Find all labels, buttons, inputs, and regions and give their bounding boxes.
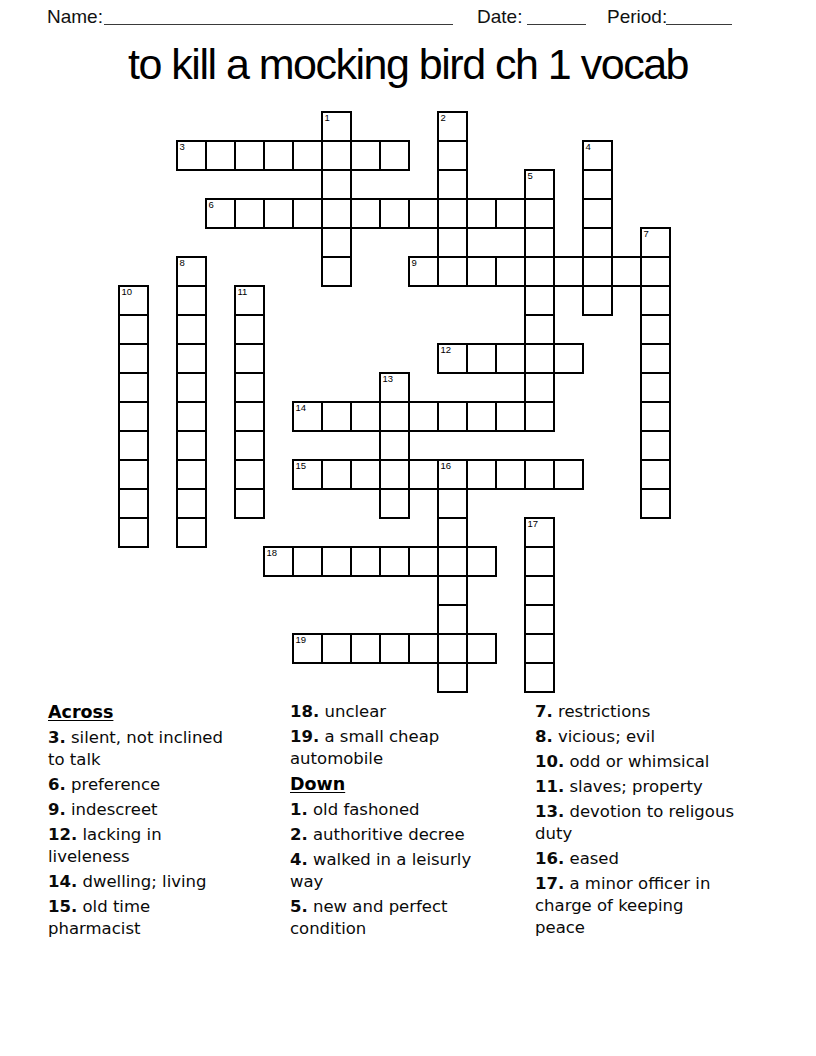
clue-number-label-1: 1 [325,113,330,123]
puzzle-title: to kill a mocking bird ch 1 vocab [0,40,816,89]
clue-9: 9. indescreet [48,799,228,821]
grid-cell-r12c14[interactable] [524,459,555,490]
clue-17: 17. a minor officer in charge of keeping… [535,873,735,939]
grid-cell-r12c8[interactable] [350,459,381,490]
grid-cell-r12c18[interactable] [640,459,671,490]
clue-7-number: 7. [535,702,553,721]
grid-cell-r6c2[interactable] [176,285,207,316]
grid-cell-r3c9[interactable] [379,198,410,229]
grid-cell-r15c9[interactable] [379,546,410,577]
clue-number-label-11: 11 [238,287,248,297]
grid-cell-r1c8[interactable] [350,140,381,171]
clue-number-label-2: 2 [441,113,446,123]
clues-section: Across3. silent, not inclined to talk6. … [48,701,788,1031]
grid-cell-r10c12[interactable] [466,401,497,432]
grid-cell-r15c7[interactable] [321,546,352,577]
grid-cell-r10c9[interactable] [379,401,410,432]
grid-cell-r12c2[interactable] [176,459,207,490]
grid-cell-r3c11[interactable] [437,198,468,229]
grid-cell-r15c14[interactable] [524,546,555,577]
grid-cell-r14c0[interactable] [118,517,149,548]
grid-cell-r5c18[interactable] [640,256,671,287]
grid-cell-r15c8[interactable] [350,546,381,577]
grid-cell-r3c8[interactable] [350,198,381,229]
clue-18: 18. unclear [290,701,478,723]
clue-number-label-16: 16 [441,461,452,471]
clue-number-label-12: 12 [441,345,452,355]
crossword-grid: 12345678910111213141516171819 [118,111,671,693]
grid-cell-r4c14[interactable] [524,227,555,258]
grid-cell-r3c14[interactable] [524,198,555,229]
clue-number-label-17: 17 [528,519,539,529]
clue-4: 4. walked in a leisurly way [290,849,478,893]
clue-column-2: 18. unclear19. a small cheap automobileD… [290,701,478,943]
grid-cell-r0c7[interactable]: 1 [321,111,352,142]
grid-cell-r4c18[interactable]: 7 [640,227,671,258]
grid-cell-r12c4[interactable] [234,459,265,490]
grid-cell-r8c0[interactable] [118,343,149,374]
period-blank-field[interactable] [666,8,732,25]
clue-16: 16. eased [535,848,735,870]
clue-11-number: 11. [535,777,564,796]
clue-3-number: 3. [48,728,66,747]
grid-cell-r9c2[interactable] [176,372,207,403]
clue-3: 3. silent, not inclined to talk [48,727,228,771]
clue-2-number: 2. [290,825,308,844]
grid-cell-r14c14[interactable]: 17 [524,517,555,548]
grid-cell-r17c14[interactable] [524,604,555,635]
clue-number-label-3: 3 [180,142,185,152]
clue-1-number: 1. [290,800,308,819]
grid-cell-r11c9[interactable] [379,430,410,461]
grid-cell-r1c6[interactable] [292,140,323,171]
grid-cell-r10c14[interactable] [524,401,555,432]
grid-cell-r0c11[interactable]: 2 [437,111,468,142]
grid-cell-r3c13[interactable] [495,198,526,229]
clue-14-number: 14. [48,872,77,891]
grid-cell-r9c0[interactable] [118,372,149,403]
grid-cell-r10c4[interactable] [234,401,265,432]
clue-6-number: 6. [48,775,66,794]
grid-cell-r15c10[interactable] [408,546,439,577]
clue-10: 10. odd or whimsical [535,751,735,773]
clue-6: 6. preference [48,774,228,796]
grid-cell-r10c0[interactable] [118,401,149,432]
grid-cell-r6c16[interactable] [582,285,613,316]
clue-1: 1. old fashoned [290,799,478,821]
clue-number-label-4: 4 [586,142,591,152]
grid-cell-r10c18[interactable] [640,401,671,432]
grid-cell-r9c18[interactable] [640,372,671,403]
grid-cell-r5c12[interactable] [466,256,497,287]
grid-cell-r13c0[interactable] [118,488,149,519]
grid-cell-r6c18[interactable] [640,285,671,316]
grid-cell-r13c11[interactable] [437,488,468,519]
clue-14: 14. dwelling; living [48,871,228,893]
grid-cell-r18c6[interactable]: 19 [292,633,323,664]
grid-cell-r12c7[interactable] [321,459,352,490]
clue-11: 11. slaves; property [535,776,735,798]
grid-cell-r1c2[interactable]: 3 [176,140,207,171]
clue-heading-across: Across [48,701,228,723]
grid-cell-r3c5[interactable] [263,198,294,229]
grid-cell-r6c14[interactable] [524,285,555,316]
clue-2: 2. authoritive decree [290,824,478,846]
grid-cell-r5c7[interactable] [321,256,352,287]
clue-12: 12. lacking in liveleness [48,824,228,868]
grid-cell-r2c16[interactable] [582,169,613,200]
grid-cell-r5c2[interactable]: 8 [176,256,207,287]
clue-5-number: 5. [290,897,308,916]
clue-18-number: 18. [290,702,319,721]
grid-cell-r1c16[interactable]: 4 [582,140,613,171]
grid-cell-r8c12[interactable] [466,343,497,374]
grid-cell-r5c17[interactable] [611,256,642,287]
clue-number-label-14: 14 [296,403,307,413]
grid-cell-r18c9[interactable] [379,633,410,664]
grid-cell-r8c14[interactable] [524,343,555,374]
grid-cell-r4c11[interactable] [437,227,468,258]
grid-cell-r1c9[interactable] [379,140,410,171]
grid-cell-r13c18[interactable] [640,488,671,519]
grid-cell-r15c6[interactable] [292,546,323,577]
clue-15-number: 15. [48,897,77,916]
grid-cell-r18c8[interactable] [350,633,381,664]
grid-cell-r9c14[interactable] [524,372,555,403]
grid-cell-r7c2[interactable] [176,314,207,345]
clue-column-3: 7. restrictions8. vicious; evil10. odd o… [535,701,735,942]
grid-cell-r12c12[interactable] [466,459,497,490]
grid-cell-r10c10[interactable] [408,401,439,432]
clue-number-label-6: 6 [209,200,214,210]
clue-number-label-5: 5 [528,171,533,181]
clue-8: 8. vicious; evil [535,726,735,748]
clue-number-label-7: 7 [644,229,649,239]
grid-cell-r5c15[interactable] [553,256,584,287]
grid-cell-r5c11[interactable] [437,256,468,287]
grid-cell-r13c4[interactable] [234,488,265,519]
grid-cell-r12c15[interactable] [553,459,584,490]
clue-5: 5. new and perfect condition [290,896,478,940]
grid-cell-r3c4[interactable] [234,198,265,229]
clue-9-number: 9. [48,800,66,819]
clue-4-number: 4. [290,850,308,869]
grid-cell-r1c3[interactable] [205,140,236,171]
clue-number-label-15: 15 [296,461,307,471]
clue-15: 15. old time pharmacist [48,896,228,940]
grid-cell-r7c14[interactable] [524,314,555,345]
grid-cell-r16c14[interactable] [524,575,555,606]
grid-cell-r13c9[interactable] [379,488,410,519]
clue-13: 13. devotion to religous duty [535,801,735,845]
grid-cell-r18c14[interactable] [524,633,555,664]
clue-16-number: 16. [535,849,564,868]
grid-cell-r10c6[interactable]: 14 [292,401,323,432]
grid-cell-r7c0[interactable] [118,314,149,345]
clue-13-number: 13. [535,802,564,821]
name-label: Name: [47,6,103,28]
grid-cell-r8c13[interactable] [495,343,526,374]
grid-cell-r15c5[interactable]: 18 [263,546,294,577]
clue-8-number: 8. [535,727,553,746]
grid-cell-r9c4[interactable] [234,372,265,403]
grid-cell-r3c7[interactable] [321,198,352,229]
grid-cell-r3c16[interactable] [582,198,613,229]
grid-cell-r18c10[interactable] [408,633,439,664]
grid-cell-r2c14[interactable]: 5 [524,169,555,200]
grid-cell-r3c6[interactable] [292,198,323,229]
clue-19-number: 19. [290,727,319,746]
name-blank-field[interactable] [104,8,453,25]
grid-cell-r10c7[interactable] [321,401,352,432]
date-label: Date: [477,6,522,28]
grid-cell-r2c7[interactable] [321,169,352,200]
grid-cell-r10c11[interactable] [437,401,468,432]
grid-cell-r6c4[interactable]: 11 [234,285,265,316]
grid-cell-r4c16[interactable] [582,227,613,258]
clue-number-label-19: 19 [296,635,307,645]
grid-cell-r12c10[interactable] [408,459,439,490]
clue-number-label-10: 10 [122,287,133,297]
grid-cell-r19c11[interactable] [437,662,468,693]
grid-cell-r11c18[interactable] [640,430,671,461]
grid-cell-r14c11[interactable] [437,517,468,548]
clue-10-number: 10. [535,752,564,771]
grid-cell-r3c10[interactable] [408,198,439,229]
grid-cell-r17c11[interactable] [437,604,468,635]
grid-cell-r1c5[interactable] [263,140,294,171]
grid-cell-r10c8[interactable] [350,401,381,432]
clue-number-label-9: 9 [412,258,417,268]
grid-cell-r7c4[interactable] [234,314,265,345]
grid-cell-r8c2[interactable] [176,343,207,374]
grid-cell-r5c14[interactable] [524,256,555,287]
clue-12-number: 12. [48,825,77,844]
clue-number-label-18: 18 [267,548,278,558]
worksheet-page: { "game": "crossword", "title": "to kill… [0,0,816,1056]
grid-cell-r12c0[interactable] [118,459,149,490]
grid-cell-r11c2[interactable] [176,430,207,461]
grid-cell-r11c4[interactable] [234,430,265,461]
grid-cell-r12c9[interactable] [379,459,410,490]
grid-cell-r18c11[interactable] [437,633,468,664]
clue-19: 19. a small cheap automobile [290,726,478,770]
grid-cell-r15c11[interactable] [437,546,468,577]
grid-cell-r5c16[interactable] [582,256,613,287]
grid-cell-r3c3[interactable]: 6 [205,198,236,229]
clue-number-label-13: 13 [383,374,394,384]
grid-cell-r18c7[interactable] [321,633,352,664]
grid-cell-r11c0[interactable] [118,430,149,461]
grid-cell-r3c12[interactable] [466,198,497,229]
grid-cell-r12c11[interactable]: 16 [437,459,468,490]
grid-cell-r16c11[interactable] [437,575,468,606]
grid-cell-r5c10[interactable]: 9 [408,256,439,287]
grid-cell-r8c11[interactable]: 12 [437,343,468,374]
grid-cell-r13c2[interactable] [176,488,207,519]
grid-cell-r1c7[interactable] [321,140,352,171]
period-label: Period: [607,6,667,28]
clue-17-number: 17. [535,874,564,893]
grid-cell-r12c13[interactable] [495,459,526,490]
grid-cell-r19c14[interactable] [524,662,555,693]
grid-cell-r8c18[interactable] [640,343,671,374]
grid-cell-r8c4[interactable] [234,343,265,374]
grid-cell-r1c11[interactable] [437,140,468,171]
date-blank-field[interactable] [527,8,586,25]
grid-cell-r4c7[interactable] [321,227,352,258]
grid-cell-r6c0[interactable]: 10 [118,285,149,316]
grid-cell-r18c12[interactable] [466,633,497,664]
clue-number-label-8: 8 [180,258,185,268]
grid-cell-r10c2[interactable] [176,401,207,432]
grid-cell-r8c15[interactable] [553,343,584,374]
grid-cell-r12c6[interactable]: 15 [292,459,323,490]
grid-cell-r10c13[interactable] [495,401,526,432]
grid-cell-r2c11[interactable] [437,169,468,200]
clue-column-1: Across3. silent, not inclined to talk6. … [48,701,228,943]
grid-cell-r14c2[interactable] [176,517,207,548]
grid-cell-r5c13[interactable] [495,256,526,287]
grid-cell-r9c9[interactable]: 13 [379,372,410,403]
grid-cell-r7c18[interactable] [640,314,671,345]
grid-cell-r15c12[interactable] [466,546,497,577]
grid-cell-r1c4[interactable] [234,140,265,171]
clue-7: 7. restrictions [535,701,735,723]
clue-heading-down: Down [290,773,478,795]
